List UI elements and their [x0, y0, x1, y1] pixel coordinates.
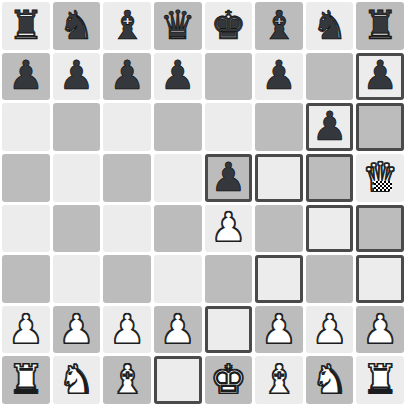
square-e6[interactable]	[205, 103, 253, 151]
square-h2[interactable]: ♟	[356, 306, 404, 354]
square-f1[interactable]: ♝	[255, 356, 303, 404]
piece-black-king[interactable]: ♚	[210, 5, 246, 45]
square-f4[interactable]	[255, 205, 303, 253]
square-a1[interactable]: ♜	[2, 356, 50, 404]
square-e5[interactable]: ♟	[205, 154, 253, 202]
piece-white-pawn[interactable]: ♟	[109, 309, 145, 349]
square-h5[interactable]: ♛	[356, 154, 404, 202]
piece-white-bishop[interactable]: ♝	[109, 359, 145, 399]
square-h4[interactable]	[356, 205, 404, 253]
piece-black-bishop[interactable]: ♝	[109, 5, 145, 45]
square-a4[interactable]	[2, 205, 50, 253]
square-c2[interactable]: ♟	[103, 306, 151, 354]
square-d8[interactable]: ♛	[154, 2, 202, 50]
square-f7[interactable]: ♟	[255, 53, 303, 101]
square-h3[interactable]	[356, 255, 404, 303]
chess-board: ♜♞♝♛♚♝♞♜♟♟♟♟♟♟♟♟♛♟♟♟♟♟♟♟♟♜♞♝♚♝♞♜	[0, 0, 406, 406]
piece-white-pawn[interactable]: ♟	[160, 309, 196, 349]
square-d1[interactable]	[154, 356, 202, 404]
piece-white-pawn[interactable]: ♟	[261, 309, 297, 349]
piece-black-queen[interactable]: ♛	[160, 5, 196, 45]
square-c6[interactable]	[103, 103, 151, 151]
square-g5[interactable]	[306, 154, 354, 202]
piece-white-pawn[interactable]: ♟	[8, 309, 44, 349]
square-a8[interactable]: ♜	[2, 2, 50, 50]
piece-black-pawn[interactable]: ♟	[362, 55, 398, 95]
square-c5[interactable]	[103, 154, 151, 202]
piece-white-king[interactable]: ♚	[210, 359, 246, 399]
square-a5[interactable]	[2, 154, 50, 202]
square-d5[interactable]	[154, 154, 202, 202]
square-c1[interactable]: ♝	[103, 356, 151, 404]
piece-white-rook[interactable]: ♜	[8, 359, 44, 399]
piece-black-pawn[interactable]: ♟	[312, 106, 348, 146]
square-f3[interactable]	[255, 255, 303, 303]
square-e4[interactable]: ♟	[205, 205, 253, 253]
piece-white-pawn[interactable]: ♟	[312, 309, 348, 349]
square-h8[interactable]: ♜	[356, 2, 404, 50]
piece-black-pawn[interactable]: ♟	[160, 55, 196, 95]
piece-black-pawn[interactable]: ♟	[261, 55, 297, 95]
square-b6[interactable]	[53, 103, 101, 151]
square-g2[interactable]: ♟	[306, 306, 354, 354]
square-g1[interactable]: ♞	[306, 356, 354, 404]
square-e2[interactable]	[205, 306, 253, 354]
square-f6[interactable]	[255, 103, 303, 151]
square-f8[interactable]: ♝	[255, 2, 303, 50]
square-g4[interactable]	[306, 205, 354, 253]
square-c3[interactable]	[103, 255, 151, 303]
square-g7[interactable]	[306, 53, 354, 101]
square-b3[interactable]	[53, 255, 101, 303]
square-g3[interactable]	[306, 255, 354, 303]
square-c8[interactable]: ♝	[103, 2, 151, 50]
piece-white-rook[interactable]: ♜	[362, 359, 398, 399]
square-h6[interactable]	[356, 103, 404, 151]
piece-black-pawn[interactable]: ♟	[109, 55, 145, 95]
piece-white-pawn[interactable]: ♟	[59, 309, 95, 349]
piece-white-knight[interactable]: ♞	[59, 359, 95, 399]
square-b8[interactable]: ♞	[53, 2, 101, 50]
square-b4[interactable]	[53, 205, 101, 253]
square-d7[interactable]: ♟	[154, 53, 202, 101]
piece-black-rook[interactable]: ♜	[362, 5, 398, 45]
square-b7[interactable]: ♟	[53, 53, 101, 101]
square-d3[interactable]	[154, 255, 202, 303]
piece-black-knight[interactable]: ♞	[312, 5, 348, 45]
square-a2[interactable]: ♟	[2, 306, 50, 354]
square-e8[interactable]: ♚	[205, 2, 253, 50]
square-e3[interactable]	[205, 255, 253, 303]
square-g8[interactable]: ♞	[306, 2, 354, 50]
square-e1[interactable]: ♚	[205, 356, 253, 404]
piece-black-knight[interactable]: ♞	[59, 5, 95, 45]
cursor-hatch-marker	[374, 181, 392, 191]
square-b5[interactable]	[53, 154, 101, 202]
piece-black-rook[interactable]: ♜	[8, 5, 44, 45]
square-b2[interactable]: ♟	[53, 306, 101, 354]
square-f2[interactable]: ♟	[255, 306, 303, 354]
square-c4[interactable]	[103, 205, 151, 253]
square-f5[interactable]	[255, 154, 303, 202]
piece-white-knight[interactable]: ♞	[312, 359, 348, 399]
piece-black-pawn[interactable]: ♟	[210, 157, 246, 197]
square-h1[interactable]: ♜	[356, 356, 404, 404]
square-g6[interactable]: ♟	[306, 103, 354, 151]
square-a7[interactable]: ♟	[2, 53, 50, 101]
square-h7[interactable]: ♟	[356, 53, 404, 101]
piece-white-pawn[interactable]: ♟	[210, 207, 246, 247]
square-b1[interactable]: ♞	[53, 356, 101, 404]
piece-black-pawn[interactable]: ♟	[8, 55, 44, 95]
piece-black-bishop[interactable]: ♝	[261, 5, 297, 45]
square-a3[interactable]	[2, 255, 50, 303]
square-d2[interactable]: ♟	[154, 306, 202, 354]
piece-white-bishop[interactable]: ♝	[261, 359, 297, 399]
piece-black-pawn[interactable]: ♟	[59, 55, 95, 95]
square-a6[interactable]	[2, 103, 50, 151]
piece-white-pawn[interactable]: ♟	[362, 309, 398, 349]
square-c7[interactable]: ♟	[103, 53, 151, 101]
square-e7[interactable]	[205, 53, 253, 101]
square-d6[interactable]	[154, 103, 202, 151]
square-d4[interactable]	[154, 205, 202, 253]
